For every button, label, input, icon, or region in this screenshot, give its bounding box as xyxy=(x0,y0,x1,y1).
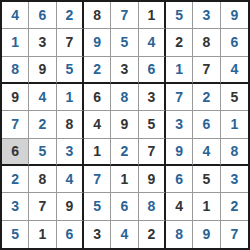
cell-r5c8[interactable]: 6 xyxy=(193,111,220,138)
cell-r5c4[interactable]: 4 xyxy=(84,111,111,138)
cell-r9c9[interactable]: 7 xyxy=(221,221,248,248)
cell-r5c3[interactable]: 8 xyxy=(57,111,84,138)
cell-r3c1[interactable]: 8 xyxy=(2,57,29,84)
cell-r2c9[interactable]: 6 xyxy=(221,29,248,56)
cell-r8c4[interactable]: 5 xyxy=(84,193,111,220)
cell-r6c4[interactable]: 1 xyxy=(84,139,111,166)
cell-r7c5[interactable]: 1 xyxy=(111,166,138,193)
cell-r9c5[interactable]: 4 xyxy=(111,221,138,248)
cell-r3c4[interactable]: 2 xyxy=(84,57,111,84)
cell-r8c2[interactable]: 7 xyxy=(29,193,56,220)
cell-r1c4[interactable]: 8 xyxy=(84,2,111,29)
cell-r6c6[interactable]: 7 xyxy=(139,139,166,166)
cell-r9c3[interactable]: 6 xyxy=(57,221,84,248)
cell-r2c3[interactable]: 7 xyxy=(57,29,84,56)
cell-r7c4[interactable]: 7 xyxy=(84,166,111,193)
cell-r2c4[interactable]: 9 xyxy=(84,29,111,56)
cell-r5c2[interactable]: 2 xyxy=(29,111,56,138)
cell-r1c1[interactable]: 4 xyxy=(2,2,29,29)
cell-r8c8[interactable]: 1 xyxy=(193,193,220,220)
cell-r2c6[interactable]: 4 xyxy=(139,29,166,56)
cell-r4c5[interactable]: 8 xyxy=(111,84,138,111)
cell-r4c4[interactable]: 6 xyxy=(84,84,111,111)
cell-r3c8[interactable]: 7 xyxy=(193,57,220,84)
cell-r9c6[interactable]: 2 xyxy=(139,221,166,248)
cell-r1c3[interactable]: 2 xyxy=(57,2,84,29)
cell-r7c8[interactable]: 5 xyxy=(193,166,220,193)
cell-r9c7[interactable]: 8 xyxy=(166,221,193,248)
cell-r5c7[interactable]: 3 xyxy=(166,111,193,138)
cell-r5c6[interactable]: 5 xyxy=(139,111,166,138)
cell-r1c5[interactable]: 7 xyxy=(111,2,138,29)
cell-r2c7[interactable]: 2 xyxy=(166,29,193,56)
cell-r3c6[interactable]: 6 xyxy=(139,57,166,84)
cell-r7c2[interactable]: 8 xyxy=(29,166,56,193)
cell-r5c5[interactable]: 9 xyxy=(111,111,138,138)
cell-r8c5[interactable]: 6 xyxy=(111,193,138,220)
cell-r8c9[interactable]: 2 xyxy=(221,193,248,220)
cell-r5c9[interactable]: 1 xyxy=(221,111,248,138)
cell-r8c3[interactable]: 9 xyxy=(57,193,84,220)
cell-r8c7[interactable]: 4 xyxy=(166,193,193,220)
cell-r2c2[interactable]: 3 xyxy=(29,29,56,56)
cell-r6c3[interactable]: 3 xyxy=(57,139,84,166)
cell-r6c9[interactable]: 8 xyxy=(221,139,248,166)
cell-r7c6[interactable]: 9 xyxy=(139,166,166,193)
cell-r4c6[interactable]: 3 xyxy=(139,84,166,111)
cell-r4c7[interactable]: 7 xyxy=(166,84,193,111)
cell-r3c9[interactable]: 4 xyxy=(221,57,248,84)
cell-r4c8[interactable]: 2 xyxy=(193,84,220,111)
cell-r6c8[interactable]: 4 xyxy=(193,139,220,166)
cell-r9c2[interactable]: 1 xyxy=(29,221,56,248)
cell-r4c3[interactable]: 1 xyxy=(57,84,84,111)
cell-r3c2[interactable]: 9 xyxy=(29,57,56,84)
cell-r5c1[interactable]: 7 xyxy=(2,111,29,138)
sudoku-board: 4628715391379542868952361749416837257284… xyxy=(0,0,250,250)
cell-r7c3[interactable]: 4 xyxy=(57,166,84,193)
cell-r6c1[interactable]: 6 xyxy=(2,139,29,166)
cell-r7c7[interactable]: 6 xyxy=(166,166,193,193)
cell-r9c8[interactable]: 9 xyxy=(193,221,220,248)
cell-r1c7[interactable]: 5 xyxy=(166,2,193,29)
cell-r9c1[interactable]: 5 xyxy=(2,221,29,248)
cell-r1c2[interactable]: 6 xyxy=(29,2,56,29)
cell-r1c9[interactable]: 9 xyxy=(221,2,248,29)
cell-r4c9[interactable]: 5 xyxy=(221,84,248,111)
cell-r2c1[interactable]: 1 xyxy=(2,29,29,56)
cell-r9c4[interactable]: 3 xyxy=(84,221,111,248)
cell-r1c8[interactable]: 3 xyxy=(193,2,220,29)
cell-r1c6[interactable]: 1 xyxy=(139,2,166,29)
cell-r6c5[interactable]: 2 xyxy=(111,139,138,166)
cell-r3c3[interactable]: 5 xyxy=(57,57,84,84)
cell-r8c6[interactable]: 8 xyxy=(139,193,166,220)
cell-r4c1[interactable]: 9 xyxy=(2,84,29,111)
cell-r7c9[interactable]: 3 xyxy=(221,166,248,193)
cell-r3c7[interactable]: 1 xyxy=(166,57,193,84)
cell-r7c1[interactable]: 2 xyxy=(2,166,29,193)
cell-r2c5[interactable]: 5 xyxy=(111,29,138,56)
cell-r6c2[interactable]: 5 xyxy=(29,139,56,166)
cell-r4c2[interactable]: 4 xyxy=(29,84,56,111)
cell-r6c7[interactable]: 9 xyxy=(166,139,193,166)
cell-r2c8[interactable]: 8 xyxy=(193,29,220,56)
cell-r8c1[interactable]: 3 xyxy=(2,193,29,220)
cell-r3c5[interactable]: 3 xyxy=(111,57,138,84)
